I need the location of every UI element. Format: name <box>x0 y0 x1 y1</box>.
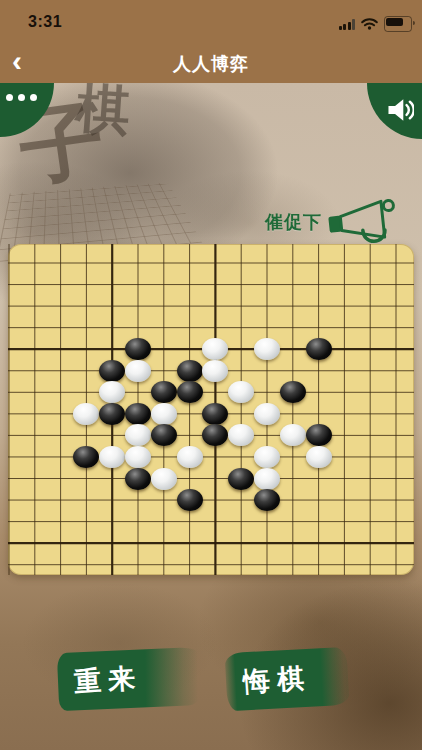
black-stone <box>125 403 151 425</box>
cell-signal-icon <box>339 19 356 30</box>
black-stone <box>151 381 177 403</box>
white-stone <box>254 446 280 468</box>
black-stone <box>125 468 151 490</box>
black-stone <box>177 489 203 511</box>
undo-move-button[interactable]: 悔棋 <box>226 650 348 708</box>
undo-label: 悔棋 <box>242 660 312 701</box>
white-stone <box>202 360 228 382</box>
black-stone <box>99 360 125 382</box>
status-icons <box>339 16 413 32</box>
wifi-icon <box>361 18 378 30</box>
app-screen: 子 棋 3:31 ‹ 人人博弈 催促 <box>0 0 422 750</box>
black-stone <box>177 381 203 403</box>
calligraphy-decoration: 棋 <box>74 72 133 149</box>
black-stone <box>228 468 254 490</box>
black-stone <box>280 381 306 403</box>
white-stone <box>125 360 151 382</box>
white-stone <box>151 403 177 425</box>
white-stone <box>99 446 125 468</box>
megaphone-icon <box>324 196 408 248</box>
black-stone <box>99 403 125 425</box>
game-board[interactable] <box>8 244 414 575</box>
header-bar: 3:31 ‹ 人人博弈 <box>0 0 422 83</box>
white-stone <box>254 403 280 425</box>
urge-move-button[interactable]: 催促下 <box>265 200 406 244</box>
black-stone <box>306 338 332 360</box>
speaker-icon <box>386 95 414 125</box>
battery-icon <box>384 16 412 32</box>
black-stone <box>254 489 280 511</box>
white-stone <box>151 468 177 490</box>
white-stone <box>177 446 203 468</box>
urge-label: 催促下 <box>265 210 322 234</box>
white-stone <box>125 446 151 468</box>
white-stone <box>306 446 332 468</box>
black-stone <box>177 360 203 382</box>
ellipsis-icon <box>6 94 37 101</box>
page-title: 人人博弈 <box>0 52 422 76</box>
white-stone <box>254 468 280 490</box>
restart-label: 重来 <box>73 660 143 701</box>
status-time: 3:31 <box>28 13 62 31</box>
black-stone <box>306 424 332 446</box>
restart-button[interactable]: 重来 <box>58 650 203 708</box>
